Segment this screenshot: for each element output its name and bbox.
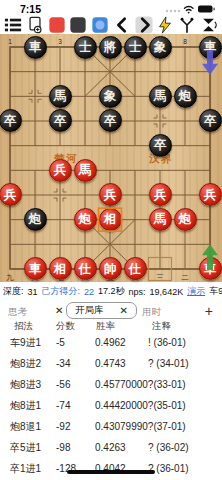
battery-icon [198,6,215,13]
row-move: 炮8进2 [10,353,56,374]
opening-book-rows: 车9进1-50.4962! (36-01)炮8进2-340.4743? (34-… [0,332,222,479]
move-row[interactable]: 车9进1-50.4962! (36-01) [0,332,222,353]
row-score: -98 [56,437,95,458]
tab-opening-book-label: 开局库 [75,304,104,317]
piece-black-king[interactable]: 將 [99,36,122,59]
variation-tree-icon[interactable] [177,15,197,35]
clock-time: 7:15 [20,3,41,15]
piece-black-rook[interactable]: 車 [199,36,222,59]
row-winrate: 0.4042 [95,458,148,479]
row-winrate: 0.4263 [95,437,148,458]
row-score: -74 [56,395,95,416]
move-row[interactable]: 炮8进1-740.44420000?(35-01) [0,395,222,416]
demo-link[interactable]: 演示 [187,285,205,298]
tab-thinking-close-icon[interactable]: ✕ [55,305,63,316]
piece-black-pawn[interactable]: 卒 [0,109,22,132]
dark-board-theme-icon[interactable] [68,15,88,35]
row-note: ! (36-01) [148,332,186,353]
piece-red-rook[interactable]: 車 [24,257,47,280]
red-board-theme-icon[interactable] [47,15,67,35]
piece-red-pawn[interactable]: 兵 [149,183,172,206]
move-row[interactable]: 炮8进2-340.4743? (34-01) [0,353,222,374]
piece-red-advisor[interactable]: 仕 [124,257,147,280]
score-value: 22 [84,287,94,297]
piece-red-cannon[interactable]: 炮 [74,208,97,231]
row-score: -5 [56,332,95,353]
row-winrate: 0.44420000? [95,395,153,416]
nps-value: 19,642K [150,287,184,297]
row-note: ? (36-02) [148,437,189,458]
blue-board-theme-icon[interactable] [90,15,110,35]
score-label: 己方得分: [42,285,81,298]
table-header: 招法 分数 胜率 注释 [0,320,222,332]
piece-red-pawn[interactable]: 兵 [99,183,122,206]
row-note: (33-01) [153,374,185,395]
piece-black-advisor[interactable]: 士 [124,36,147,59]
row-winrate: 0.43079990? [95,416,153,437]
move-row[interactable]: 卒5进1-980.4263? (36-02) [0,437,222,458]
piece-red-pawn[interactable]: 兵 [199,183,222,206]
forward-icon[interactable] [134,15,154,35]
back-icon[interactable] [112,15,132,35]
row-winrate: 0.4743 [95,353,148,374]
piece-black-pawn[interactable]: 卒 [149,134,172,157]
tab-thinking[interactable]: 思考 [8,306,27,319]
think-time: 17.2秒 [98,285,125,298]
piece-black-pawn[interactable]: 卒 [49,109,72,132]
piece-black-cannon[interactable]: 炮 [174,85,197,108]
row-note: ? (36-01) [148,458,189,479]
row-score: -92 [56,416,95,437]
piece-red-advisor[interactable]: 仕 [74,257,97,280]
home-indicator[interactable] [67,470,155,475]
engine-status-bar: 深度:31 己方得分:22 17.2秒 nps:19,642K 演示 车9进1 … [0,284,222,299]
document-add-icon[interactable] [25,15,45,35]
add-tab-button[interactable]: + [205,303,213,319]
piece-red-king[interactable]: 帥 [99,257,122,280]
piece-red-elephant[interactable]: 相 [49,257,72,280]
move-row[interactable]: 卒1进1-1280.4042? (36-01) [0,458,222,479]
piece-black-advisor[interactable]: 士 [74,36,97,59]
row-winrate: 0.4962 [95,332,148,353]
move-row[interactable]: 炮8退1-920.43079990?(37-01) [0,416,222,437]
piece-black-pawn[interactable]: 卒 [99,109,122,132]
row-move: 炮8进1 [10,395,56,416]
list-icon[interactable] [3,15,23,35]
tab-opening-book[interactable]: 开局库 ✕ [66,302,137,319]
nps-label: nps: [129,287,146,297]
row-move: 卒5进1 [10,437,56,458]
panel-tabs: 思考 ✕ 开局库 ✕ 用时 + [0,302,222,321]
row-score: -128 [56,458,95,479]
flip-board-icon[interactable] [199,15,219,35]
piece-black-pawn[interactable]: 卒 [199,109,222,132]
wifi-icon [185,7,193,14]
piece-red-horse[interactable]: 馬 [149,208,172,231]
row-winrate: 0.45770000? [95,374,153,395]
row-note: (37-01) [153,416,185,437]
piece-layer: 車士將士象車馬象馬炮卒卒卒卒卒炮兵馬兵兵兵兵炮相馬炮車相仕帥仕車 [0,35,222,282]
row-note: ? (34-01) [148,353,189,374]
piece-red-cannon[interactable]: 炮 [174,208,197,231]
row-move: 炮8进3 [10,374,56,395]
row-score: -56 [56,374,95,395]
piece-black-horse[interactable]: 馬 [49,85,72,108]
piece-black-horse[interactable]: 馬 [149,85,172,108]
row-score: -34 [56,353,95,374]
tab-opening-book-close-icon[interactable]: ✕ [120,305,128,316]
engine-lightning-icon[interactable] [155,15,175,35]
tab-time-used[interactable]: 用时 [142,306,161,319]
piece-red-pawn[interactable]: 兵 [0,183,22,206]
piece-black-elephant[interactable]: 象 [149,36,172,59]
xiangqi-board[interactable]: 123456789九八七六五四三二一楚河汉界 車士將士象車馬象馬炮卒卒卒卒卒炮兵… [0,34,222,282]
move-row[interactable]: 炮8进3-560.45770000?(33-01) [0,374,222,395]
row-move: 炮8退1 [10,416,56,437]
depth-label: 深度: [3,285,24,298]
status-icons [164,2,218,15]
piece-red-pawn[interactable]: 兵 [49,159,72,182]
depth-value: 31 [28,287,38,297]
cellular-signal-icon [166,10,180,12]
row-move: 车9进1 [10,332,56,353]
piece-black-cannon[interactable]: 炮 [24,208,47,231]
piece-red-elephant[interactable]: 相 [99,208,122,231]
row-note: (35-01) [153,395,185,416]
pv-moves: 车9进1 车 [209,285,222,298]
piece-black-elephant[interactable]: 象 [99,85,122,108]
piece-red-horse[interactable]: 馬 [74,159,97,182]
row-move: 卒1进1 [10,458,56,479]
toolbar [0,15,222,34]
app-screen: 7:15 [0,0,222,480]
piece-red-rook[interactable]: 車 [199,257,222,280]
piece-black-rook[interactable]: 車 [24,36,47,59]
